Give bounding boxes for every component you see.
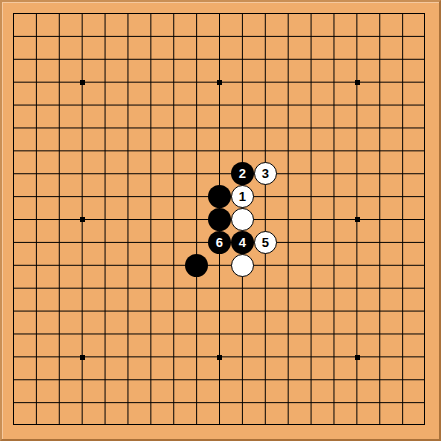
star-point <box>80 217 85 222</box>
stone-white-M9: 5 <box>254 231 277 254</box>
star-point <box>80 80 85 85</box>
stone-black-K9: 6 <box>208 231 231 254</box>
stone-black-J8 <box>185 254 208 277</box>
stone-white-L10 <box>231 208 254 231</box>
stone-black-K10 <box>208 208 231 231</box>
star-point <box>80 355 85 360</box>
stone-white-L11: 1 <box>231 185 254 208</box>
stone-white-M12: 3 <box>254 162 277 185</box>
stone-white-L8 <box>231 254 254 277</box>
star-point <box>217 355 222 360</box>
star-point <box>355 355 360 360</box>
stones-layer: 231645 <box>2 2 437 437</box>
star-point <box>355 80 360 85</box>
star-point <box>355 217 360 222</box>
stone-black-L9: 4 <box>231 231 254 254</box>
stone-black-L12: 2 <box>231 162 254 185</box>
stone-black-K11 <box>208 185 231 208</box>
star-point <box>217 80 222 85</box>
go-board: 231645 <box>0 0 441 441</box>
